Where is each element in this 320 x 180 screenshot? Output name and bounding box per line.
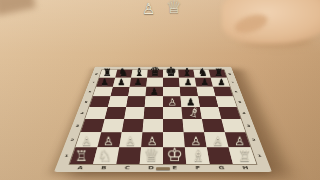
square-b1[interactable]: ♘ — [93, 147, 119, 164]
black-pawn-d6[interactable]: ♟ — [150, 87, 159, 96]
square-d8[interactable]: ♛ — [147, 70, 163, 78]
white-pawn-f2[interactable]: ♙ — [190, 135, 201, 147]
rank-label-8: 8 — [228, 73, 231, 75]
file-label-A: A — [77, 165, 84, 170]
square-e8[interactable]: ♚ — [163, 70, 179, 78]
rank-label-4: 4 — [80, 111, 84, 114]
board-clasp — [156, 167, 170, 170]
rank-label-2: 2 — [70, 138, 75, 142]
square-b2[interactable]: ♙ — [97, 132, 121, 147]
chess-board[interactable]: ♜♞♝♛♚♝♞♜♟♟♟♟♟♟♟♙♟♗♙♙♙♙♙♙♙♖♘♕♔♗♖ ABCDEFGH… — [54, 67, 272, 172]
white-pawn-h2[interactable]: ♙ — [234, 135, 245, 147]
black-pawn-g7[interactable]: ♟ — [201, 78, 209, 87]
white-pawn-c2[interactable]: ♙ — [125, 135, 136, 147]
white-rook-a1[interactable]: ♖ — [75, 149, 88, 164]
rank-label-5: 5 — [84, 100, 88, 103]
file-label-F: F — [195, 165, 200, 170]
square-d4[interactable] — [144, 107, 163, 119]
square-d5[interactable] — [145, 96, 163, 107]
black-pawn-c7[interactable]: ♟ — [134, 78, 142, 87]
white-pawn-b2[interactable]: ♙ — [103, 135, 114, 147]
rank-label-8: 8 — [95, 73, 98, 75]
square-c3[interactable] — [122, 119, 144, 132]
board-frame: ♜♞♝♛♚♝♞♜♟♟♟♟♟♟♟♙♟♗♙♙♙♙♙♙♙♖♘♕♔♗♖ ABCDEFGH… — [54, 67, 272, 172]
square-f6[interactable] — [180, 87, 198, 97]
black-pawn-h7[interactable]: ♟ — [217, 78, 225, 87]
square-e6[interactable] — [163, 87, 181, 97]
square-b4[interactable] — [105, 107, 126, 119]
rank-label-3: 3 — [75, 124, 80, 127]
rank-label-1: 1 — [64, 153, 69, 157]
square-c1[interactable] — [116, 147, 141, 164]
square-f2[interactable]: ♙ — [184, 132, 207, 147]
off-board-white-pawn: ♙ — [142, 2, 155, 17]
white-queen-d1[interactable]: ♕ — [144, 147, 160, 164]
square-e1[interactable]: ♔ — [163, 147, 186, 164]
square-f1[interactable]: ♗ — [185, 147, 210, 164]
black-pawn-a7[interactable]: ♟ — [101, 78, 109, 87]
white-king-e1[interactable]: ♔ — [166, 146, 183, 164]
square-e3[interactable] — [163, 119, 184, 132]
rank-label-5: 5 — [238, 100, 242, 103]
rank-label-4: 4 — [242, 111, 246, 114]
file-label-H: H — [242, 165, 249, 170]
white-pawn-g2[interactable]: ♙ — [212, 135, 223, 147]
rank-label-7: 7 — [231, 81, 235, 83]
black-king-e8[interactable]: ♚ — [165, 65, 176, 78]
square-c5[interactable] — [126, 96, 145, 107]
square-d3[interactable] — [142, 119, 163, 132]
square-e7[interactable] — [163, 78, 180, 87]
white-knight-b1[interactable]: ♘ — [98, 149, 112, 165]
square-c6[interactable] — [128, 87, 146, 97]
white-pawn-a2[interactable]: ♙ — [81, 135, 92, 147]
white-rook-h1[interactable]: ♖ — [238, 149, 251, 164]
rank-label-3: 3 — [246, 124, 251, 127]
file-label-G: G — [218, 165, 225, 170]
square-c2[interactable]: ♙ — [119, 132, 142, 147]
square-c4[interactable] — [124, 107, 144, 119]
square-d6[interactable]: ♟ — [145, 87, 163, 97]
square-b7[interactable]: ♟ — [113, 78, 131, 87]
square-c7[interactable]: ♟ — [130, 78, 147, 87]
chess-video-frame: ♙ ♕ ♜♞♝♛♚♝♞♜♟♟♟♟♟♟♟♙♟♗♙♙♙♙♙♙♙♖♘♕♔♗♖ ABCD… — [0, 0, 320, 180]
square-b6[interactable] — [110, 87, 129, 97]
rank-label-1: 1 — [257, 153, 262, 157]
white-bishop-f1[interactable]: ♗ — [191, 149, 205, 165]
square-e4[interactable] — [163, 107, 182, 119]
file-label-C: C — [125, 165, 131, 170]
black-pawn-f7[interactable]: ♟ — [184, 78, 192, 87]
square-f4[interactable]: ♗ — [181, 107, 201, 119]
square-b5[interactable] — [108, 96, 128, 107]
black-queen-d8[interactable]: ♛ — [150, 66, 161, 78]
off-board-white-queen: ♕ — [166, 0, 182, 16]
table-edge-shadow — [0, 0, 36, 16]
file-label-D: D — [148, 165, 154, 170]
rank-label-6: 6 — [234, 90, 238, 92]
square-f3[interactable] — [182, 119, 204, 132]
square-d1[interactable]: ♕ — [140, 147, 163, 164]
rank-label-6: 6 — [88, 90, 92, 92]
square-f7[interactable]: ♟ — [179, 78, 196, 87]
square-b3[interactable] — [101, 119, 124, 132]
black-pawn-b7[interactable]: ♟ — [117, 78, 125, 87]
square-e5[interactable]: ♙ — [163, 96, 181, 107]
rank-label-2: 2 — [251, 138, 256, 142]
white-pawn-e5[interactable]: ♙ — [168, 97, 177, 107]
file-label-B: B — [101, 165, 107, 170]
rank-label-7: 7 — [92, 81, 96, 83]
file-label-E: E — [172, 165, 177, 170]
